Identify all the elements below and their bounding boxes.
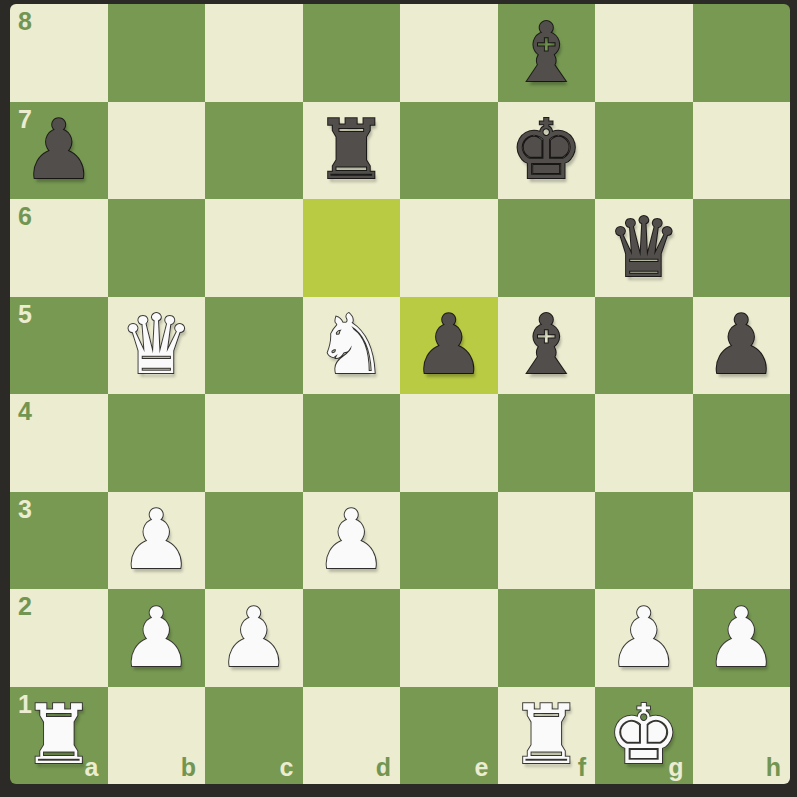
rank-label-8: 8	[18, 9, 32, 34]
square-d3[interactable]: ♟	[303, 492, 401, 590]
file-label-d: d	[376, 755, 391, 780]
square-b4[interactable]	[108, 394, 206, 492]
piece-black-queen[interactable]: ♛	[595, 199, 693, 297]
piece-white-pawn[interactable]: ♟	[303, 492, 401, 590]
square-b8[interactable]	[108, 4, 206, 102]
square-e1[interactable]: e	[400, 687, 498, 785]
piece-white-pawn[interactable]: ♟	[205, 589, 303, 687]
square-d2[interactable]	[303, 589, 401, 687]
square-d1[interactable]: d	[303, 687, 401, 785]
square-a2[interactable]: 2	[10, 589, 108, 687]
square-f1[interactable]: f♜	[498, 687, 596, 785]
piece-white-pawn[interactable]: ♟	[108, 492, 206, 590]
square-b7[interactable]	[108, 102, 206, 200]
square-d8[interactable]	[303, 4, 401, 102]
piece-white-rook[interactable]: ♜	[10, 687, 108, 785]
file-label-h: h	[766, 755, 781, 780]
square-c1[interactable]: c	[205, 687, 303, 785]
piece-white-rook[interactable]: ♜	[498, 687, 596, 785]
rank-label-3: 3	[18, 497, 32, 522]
square-h5[interactable]: ♟	[693, 297, 791, 395]
square-g1[interactable]: g♚	[595, 687, 693, 785]
square-e7[interactable]	[400, 102, 498, 200]
square-e3[interactable]	[400, 492, 498, 590]
piece-black-rook[interactable]: ♜	[303, 102, 401, 200]
square-a8[interactable]: 8	[10, 4, 108, 102]
square-d6[interactable]	[303, 199, 401, 297]
square-g5[interactable]	[595, 297, 693, 395]
square-b5[interactable]: ♛	[108, 297, 206, 395]
square-e8[interactable]	[400, 4, 498, 102]
piece-black-pawn[interactable]: ♟	[10, 102, 108, 200]
square-h2[interactable]: ♟	[693, 589, 791, 687]
square-e2[interactable]	[400, 589, 498, 687]
square-a5[interactable]: 5	[10, 297, 108, 395]
square-e5[interactable]: ♟	[400, 297, 498, 395]
square-c6[interactable]	[205, 199, 303, 297]
square-e4[interactable]	[400, 394, 498, 492]
square-f6[interactable]	[498, 199, 596, 297]
rank-label-4: 4	[18, 399, 32, 424]
piece-white-pawn[interactable]: ♟	[595, 589, 693, 687]
piece-white-queen[interactable]: ♛	[108, 297, 206, 395]
square-c3[interactable]	[205, 492, 303, 590]
square-a3[interactable]: 3	[10, 492, 108, 590]
square-d7[interactable]: ♜	[303, 102, 401, 200]
square-a6[interactable]: 6	[10, 199, 108, 297]
square-h6[interactable]	[693, 199, 791, 297]
square-c8[interactable]	[205, 4, 303, 102]
square-f4[interactable]	[498, 394, 596, 492]
square-f8[interactable]: ♝	[498, 4, 596, 102]
piece-black-bishop[interactable]: ♝	[498, 4, 596, 102]
square-c4[interactable]	[205, 394, 303, 492]
square-g3[interactable]	[595, 492, 693, 590]
square-g6[interactable]: ♛	[595, 199, 693, 297]
square-d4[interactable]	[303, 394, 401, 492]
square-a1[interactable]: 1a♜	[10, 687, 108, 785]
file-label-e: e	[475, 755, 489, 780]
rank-label-5: 5	[18, 302, 32, 327]
square-c7[interactable]	[205, 102, 303, 200]
square-b3[interactable]: ♟	[108, 492, 206, 590]
rank-label-2: 2	[18, 594, 32, 619]
rank-label-6: 6	[18, 204, 32, 229]
square-c2[interactable]: ♟	[205, 589, 303, 687]
piece-black-pawn[interactable]: ♟	[693, 297, 791, 395]
square-f2[interactable]	[498, 589, 596, 687]
square-f3[interactable]	[498, 492, 596, 590]
file-label-b: b	[181, 755, 196, 780]
square-b1[interactable]: b	[108, 687, 206, 785]
file-label-c: c	[280, 755, 294, 780]
square-b2[interactable]: ♟	[108, 589, 206, 687]
square-a7[interactable]: 7♟	[10, 102, 108, 200]
square-g4[interactable]	[595, 394, 693, 492]
piece-white-knight[interactable]: ♞	[303, 297, 401, 395]
square-d5[interactable]: ♞	[303, 297, 401, 395]
square-f7[interactable]: ♚	[498, 102, 596, 200]
square-h3[interactable]	[693, 492, 791, 590]
square-g8[interactable]	[595, 4, 693, 102]
square-h4[interactable]	[693, 394, 791, 492]
piece-white-pawn[interactable]: ♟	[693, 589, 791, 687]
square-h1[interactable]: h	[693, 687, 791, 785]
square-e6[interactable]	[400, 199, 498, 297]
piece-black-pawn[interactable]: ♟	[400, 297, 498, 395]
square-h8[interactable]	[693, 4, 791, 102]
square-g7[interactable]	[595, 102, 693, 200]
chess-board: 8♝7♟♜♚6♛5♛♞♟♝♟43♟♟2♟♟♟♟1a♜bcdef♜g♚h	[10, 4, 790, 784]
square-g2[interactable]: ♟	[595, 589, 693, 687]
square-h7[interactable]	[693, 102, 791, 200]
square-b6[interactable]	[108, 199, 206, 297]
piece-black-bishop[interactable]: ♝	[498, 297, 596, 395]
piece-white-king[interactable]: ♚	[595, 687, 693, 785]
square-f5[interactable]: ♝	[498, 297, 596, 395]
square-c5[interactable]	[205, 297, 303, 395]
piece-white-pawn[interactable]: ♟	[108, 589, 206, 687]
square-a4[interactable]: 4	[10, 394, 108, 492]
piece-black-king[interactable]: ♚	[498, 102, 596, 200]
